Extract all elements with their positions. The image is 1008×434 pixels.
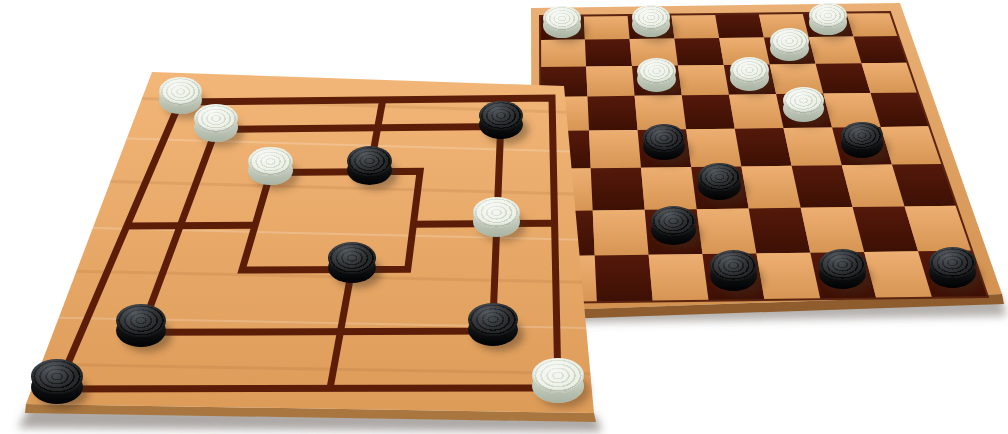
checker-piece-black-sq31[interactable] <box>819 249 866 290</box>
morris-point-d6[interactable] <box>367 117 389 139</box>
morris-point-d1[interactable] <box>319 377 341 399</box>
checker-square-r8c3[interactable] <box>649 254 709 301</box>
checker-square-dark-27[interactable] <box>749 208 811 254</box>
piece-top <box>159 77 202 105</box>
morris-piece-white-g1[interactable] <box>532 358 584 403</box>
piece-top <box>468 303 518 336</box>
piece-top <box>651 206 696 236</box>
checker-piece-white-sq4[interactable] <box>809 3 847 35</box>
piece-top <box>116 304 166 337</box>
piece-top <box>637 58 677 84</box>
piece-top <box>194 104 238 133</box>
morris-point-e3[interactable] <box>397 258 419 280</box>
morris-piece-black-f6[interactable] <box>479 101 523 139</box>
checker-square-r5c4[interactable] <box>686 129 741 167</box>
scene <box>0 0 1008 434</box>
checker-square-r5c6[interactable] <box>784 128 842 166</box>
piece-top <box>479 101 523 130</box>
checker-square-r7c4[interactable] <box>697 209 757 255</box>
checker-piece-black-sq30[interactable] <box>710 250 757 291</box>
checker-piece-black-sq18[interactable] <box>643 124 685 160</box>
checker-square-r6c5[interactable] <box>741 166 800 209</box>
checker-square-dark-19[interactable] <box>735 128 792 166</box>
morris-piece-white-c5[interactable] <box>248 147 293 186</box>
checker-square-dark-14[interactable] <box>682 95 735 130</box>
checker-piece-white-sq1[interactable] <box>543 6 581 38</box>
checker-piece-white-sq15[interactable] <box>783 87 824 122</box>
piece-top <box>532 358 584 392</box>
morris-point-g7[interactable] <box>541 87 563 109</box>
piece-top <box>543 6 581 31</box>
piece-top <box>730 57 770 83</box>
checker-square-r7c2[interactable] <box>593 210 649 256</box>
morris-piece-black-b2[interactable] <box>116 304 166 347</box>
checker-piece-white-sq10[interactable] <box>637 58 677 92</box>
piece-top <box>770 28 808 53</box>
piece-top <box>473 197 520 228</box>
checker-square-r2c7[interactable] <box>809 37 862 64</box>
checker-square-dark-6[interactable] <box>674 38 723 66</box>
checker-square-dark-29[interactable] <box>595 255 653 302</box>
piece-top <box>783 87 824 114</box>
checker-square-r8c5[interactable] <box>756 253 820 300</box>
piece-top <box>632 5 670 30</box>
morris-piece-white-b6[interactable] <box>194 104 238 142</box>
checker-piece-white-sq7[interactable] <box>770 28 808 61</box>
checker-square-r1c4[interactable] <box>671 14 719 39</box>
morris-point-e5[interactable] <box>409 160 431 182</box>
morris-piece-black-f2[interactable] <box>468 303 518 346</box>
checker-square-r3c2[interactable] <box>586 66 635 96</box>
morris-point-c3[interactable] <box>231 259 253 281</box>
piece-top <box>347 146 392 176</box>
piece-top <box>841 122 883 150</box>
checker-square-dark-3[interactable] <box>715 14 764 39</box>
morris-point-g4[interactable] <box>544 212 566 234</box>
morris-point-c4[interactable] <box>244 214 266 236</box>
checker-square-dark-13[interactable] <box>588 96 638 131</box>
checker-piece-white-sq2[interactable] <box>632 5 670 37</box>
morris-piece-black-d3[interactable] <box>328 242 376 284</box>
morris-piece-black-a1[interactable] <box>31 359 83 404</box>
checker-square-dark-21[interactable] <box>591 168 645 211</box>
piece-top <box>809 3 847 28</box>
piece-top <box>328 242 376 274</box>
checker-square-r4c5[interactable] <box>729 94 784 129</box>
checker-square-r3c4[interactable] <box>678 65 729 95</box>
checker-piece-black-sq32[interactable] <box>929 247 976 288</box>
piece-top <box>31 359 83 393</box>
piece-top <box>819 249 866 280</box>
checker-square-r6c3[interactable] <box>641 167 697 210</box>
checker-piece-black-sq26[interactable] <box>651 206 696 245</box>
checker-square-dark-5[interactable] <box>585 39 632 66</box>
piece-top <box>710 250 757 281</box>
morris-piece-black-d5[interactable] <box>347 146 392 185</box>
morris-point-d2[interactable] <box>329 321 351 343</box>
checker-piece-black-sq22[interactable] <box>698 163 742 201</box>
checker-piece-white-sq11[interactable] <box>730 57 770 91</box>
morris-point-e4[interactable] <box>402 213 424 235</box>
checker-square-r1c2[interactable] <box>584 15 630 40</box>
morris-point-b4[interactable] <box>169 215 191 237</box>
checker-square-r2c1[interactable] <box>540 40 586 68</box>
morris-piece-white-f4[interactable] <box>473 197 520 237</box>
morris-point-a4[interactable] <box>116 215 138 237</box>
checker-piece-black-sq20[interactable] <box>841 122 883 158</box>
piece-top <box>643 124 685 152</box>
checker-square-r5c2[interactable] <box>589 130 641 168</box>
morris-point-d7[interactable] <box>372 89 394 111</box>
